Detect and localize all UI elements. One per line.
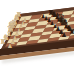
chess-set-photo: ♜♞♝♛♚♝♞♜♟♟♟♟♟♟♟♟♜♞♝♚♛♝♞♜♟♟♟♟♟♟♟♟	[0, 0, 74, 74]
black-rook-piece: ♜	[48, 10, 54, 17]
white-rook-piece: ♜	[16, 12, 22, 19]
black-pawn-piece: ♟	[41, 14, 45, 19]
pieces-layer: ♜♞♝♛♚♝♞♜♟♟♟♟♟♟♟♟♜♞♝♚♛♝♞♜♟♟♟♟♟♟♟♟	[0, 0, 74, 74]
white-pawn-piece: ♟	[23, 18, 27, 23]
